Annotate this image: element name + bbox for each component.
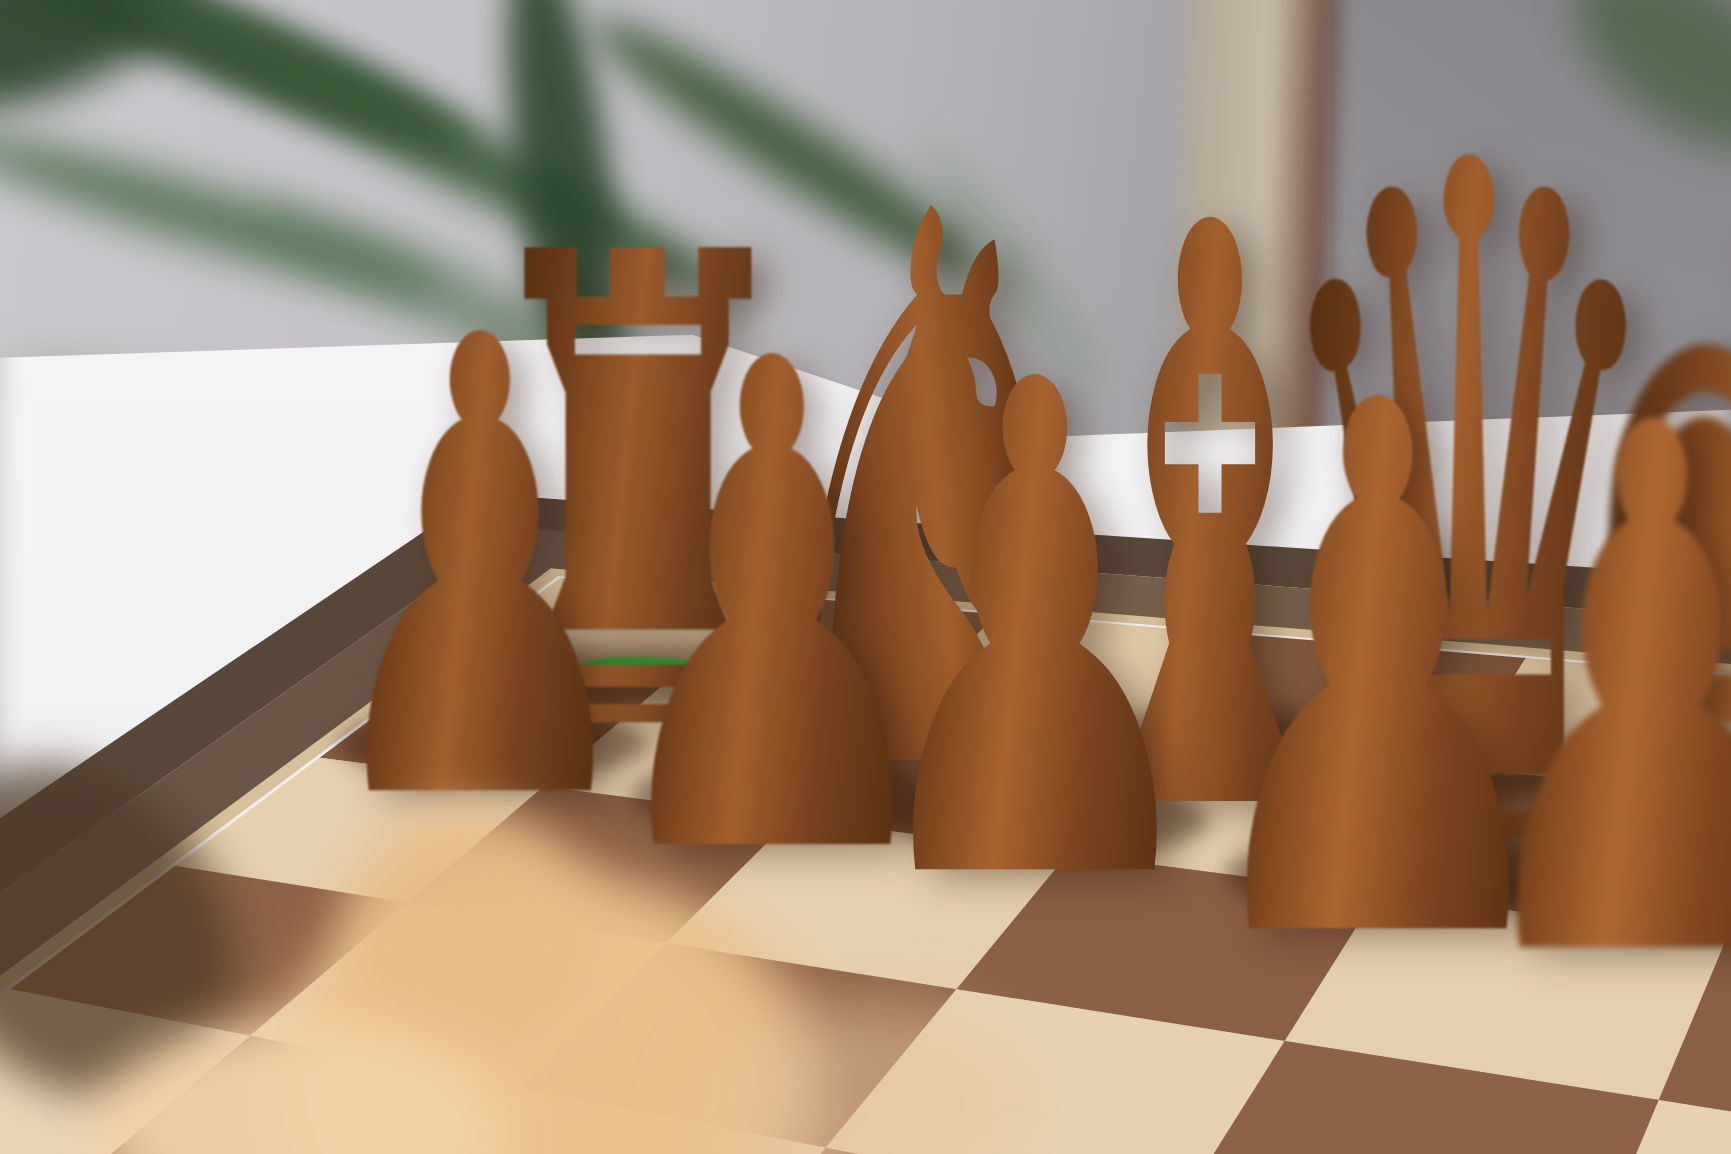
piece-glyph-pawn: ♟	[853, 296, 1218, 974]
piece-pawn-e7[interactable]: ♟	[1486, 477, 1731, 892]
piece-glyph-pawn: ♟	[1451, 334, 1731, 1059]
photo-scene: ♟♜♟♞♟♝♟♛♟♚	[0, 0, 1731, 1154]
piece-pawn-a7[interactable]: ♟	[336, 382, 624, 742]
piece-pawn-c7[interactable]: ♟	[880, 430, 1190, 818]
foreground-blur-blob	[340, 810, 600, 1060]
